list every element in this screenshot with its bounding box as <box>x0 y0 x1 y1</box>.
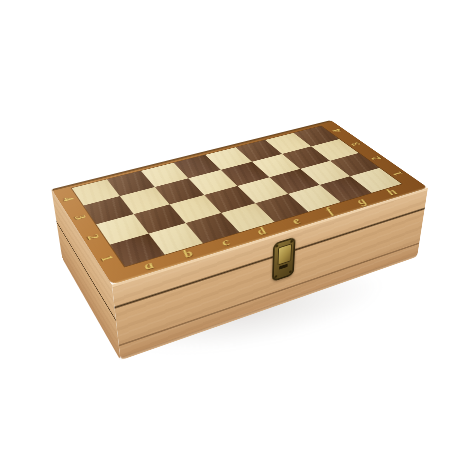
clasp-screw <box>289 270 292 273</box>
clasp-plate <box>278 243 292 265</box>
clasp-slot <box>279 264 288 270</box>
clasp-screw <box>275 275 278 278</box>
product-photo-scene: abcdefgh 4321 4321 <box>0 0 460 460</box>
brass-clasp <box>272 237 296 282</box>
clasp-hasp <box>272 237 296 282</box>
